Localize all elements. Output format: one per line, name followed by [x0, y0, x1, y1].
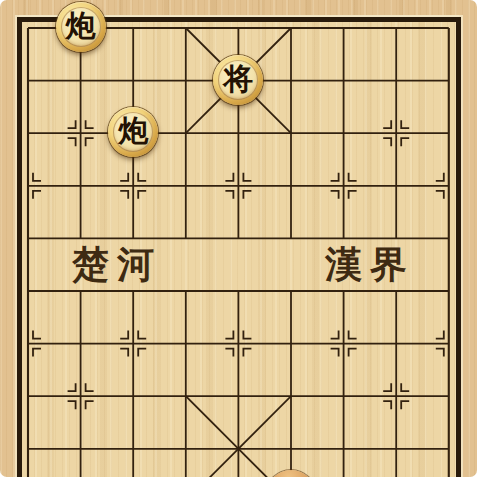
river-label-han: 漢界	[324, 243, 416, 285]
xiangqi-board[interactable]: 楚河 漢界 炮将炮	[0, 0, 477, 477]
piece-glyph: 炮	[118, 116, 148, 146]
piece-glyph: 将	[223, 64, 253, 94]
piece-glyph: 炮	[66, 11, 96, 41]
piece-black-general[interactable]: 将	[213, 55, 263, 105]
river-label-chu: 楚河	[71, 243, 163, 285]
piece-black-cannon-a[interactable]: 炮	[56, 2, 106, 52]
xiangqi-app: 楚河 漢界 炮将炮	[0, 0, 477, 477]
